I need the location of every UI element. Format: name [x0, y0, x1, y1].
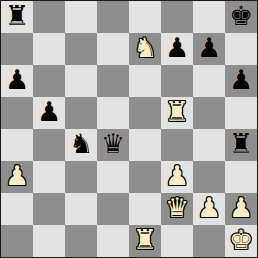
piece-white-pawn[interactable]: ♟: [197, 193, 221, 224]
square-c5[interactable]: [65, 97, 97, 129]
square-e6[interactable]: [129, 65, 161, 97]
square-f7[interactable]: ♟: [161, 33, 193, 65]
square-d4[interactable]: ♛: [97, 129, 129, 161]
square-a1[interactable]: [1, 225, 33, 257]
square-b5[interactable]: ♟: [33, 97, 65, 129]
square-h7[interactable]: [225, 33, 257, 65]
square-g1[interactable]: [193, 225, 225, 257]
square-b2[interactable]: [33, 193, 65, 225]
piece-black-pawn[interactable]: ♟: [37, 97, 61, 128]
square-a4[interactable]: [1, 129, 33, 161]
square-f3[interactable]: ♟: [161, 161, 193, 193]
square-c4[interactable]: ♞: [65, 129, 97, 161]
square-f2[interactable]: ♛: [161, 193, 193, 225]
square-d6[interactable]: [97, 65, 129, 97]
chess-board: ♜♚♞♟♟♟♟♟♜♞♛♜♟♟♛♟♟♜♚: [1, 1, 257, 257]
square-g5[interactable]: [193, 97, 225, 129]
square-a2[interactable]: [1, 193, 33, 225]
piece-white-rook[interactable]: ♜: [133, 225, 157, 256]
square-d5[interactable]: [97, 97, 129, 129]
square-a7[interactable]: [1, 33, 33, 65]
square-f1[interactable]: [161, 225, 193, 257]
square-g2[interactable]: ♟: [193, 193, 225, 225]
square-g6[interactable]: [193, 65, 225, 97]
piece-black-rook[interactable]: ♜: [5, 1, 29, 32]
square-f4[interactable]: [161, 129, 193, 161]
square-b4[interactable]: [33, 129, 65, 161]
square-a6[interactable]: ♟: [1, 65, 33, 97]
square-h5[interactable]: [225, 97, 257, 129]
piece-black-pawn[interactable]: ♟: [165, 33, 189, 64]
piece-white-pawn[interactable]: ♟: [165, 161, 189, 192]
square-b6[interactable]: [33, 65, 65, 97]
square-c7[interactable]: [65, 33, 97, 65]
piece-black-pawn[interactable]: ♟: [229, 65, 253, 96]
square-h4[interactable]: ♜: [225, 129, 257, 161]
square-d7[interactable]: [97, 33, 129, 65]
piece-black-queen[interactable]: ♛: [101, 129, 125, 160]
piece-black-knight[interactable]: ♞: [69, 129, 93, 160]
square-d1[interactable]: [97, 225, 129, 257]
square-h1[interactable]: ♚: [225, 225, 257, 257]
square-d8[interactable]: [97, 1, 129, 33]
square-e1[interactable]: ♜: [129, 225, 161, 257]
square-b1[interactable]: [33, 225, 65, 257]
square-g4[interactable]: [193, 129, 225, 161]
square-e8[interactable]: [129, 1, 161, 33]
square-e2[interactable]: [129, 193, 161, 225]
square-g3[interactable]: [193, 161, 225, 193]
square-c8[interactable]: [65, 1, 97, 33]
square-a3[interactable]: ♟: [1, 161, 33, 193]
piece-white-rook[interactable]: ♜: [165, 97, 189, 128]
square-f6[interactable]: [161, 65, 193, 97]
piece-black-rook[interactable]: ♜: [229, 129, 253, 160]
square-d2[interactable]: [97, 193, 129, 225]
square-a5[interactable]: [1, 97, 33, 129]
square-c1[interactable]: [65, 225, 97, 257]
square-h6[interactable]: ♟: [225, 65, 257, 97]
square-g8[interactable]: [193, 1, 225, 33]
square-h3[interactable]: [225, 161, 257, 193]
piece-white-king[interactable]: ♚: [229, 225, 253, 256]
square-e5[interactable]: [129, 97, 161, 129]
square-h8[interactable]: ♚: [225, 1, 257, 33]
square-b7[interactable]: [33, 33, 65, 65]
square-e7[interactable]: ♞: [129, 33, 161, 65]
piece-black-pawn[interactable]: ♟: [5, 65, 29, 96]
square-e4[interactable]: [129, 129, 161, 161]
square-h2[interactable]: ♟: [225, 193, 257, 225]
piece-white-knight[interactable]: ♞: [133, 33, 157, 64]
square-f8[interactable]: [161, 1, 193, 33]
piece-black-pawn[interactable]: ♟: [197, 33, 221, 64]
square-b3[interactable]: [33, 161, 65, 193]
piece-white-queen[interactable]: ♛: [165, 193, 189, 224]
square-d3[interactable]: [97, 161, 129, 193]
square-e3[interactable]: [129, 161, 161, 193]
square-c6[interactable]: [65, 65, 97, 97]
piece-white-pawn[interactable]: ♟: [5, 161, 29, 192]
square-b8[interactable]: [33, 1, 65, 33]
square-c3[interactable]: [65, 161, 97, 193]
piece-black-king[interactable]: ♚: [229, 1, 253, 32]
piece-white-pawn[interactable]: ♟: [229, 193, 253, 224]
square-a8[interactable]: ♜: [1, 1, 33, 33]
square-f5[interactable]: ♜: [161, 97, 193, 129]
square-c2[interactable]: [65, 193, 97, 225]
square-g7[interactable]: ♟: [193, 33, 225, 65]
chess-board-frame: ♜♚♞♟♟♟♟♟♜♞♛♜♟♟♛♟♟♜♚: [0, 0, 258, 258]
